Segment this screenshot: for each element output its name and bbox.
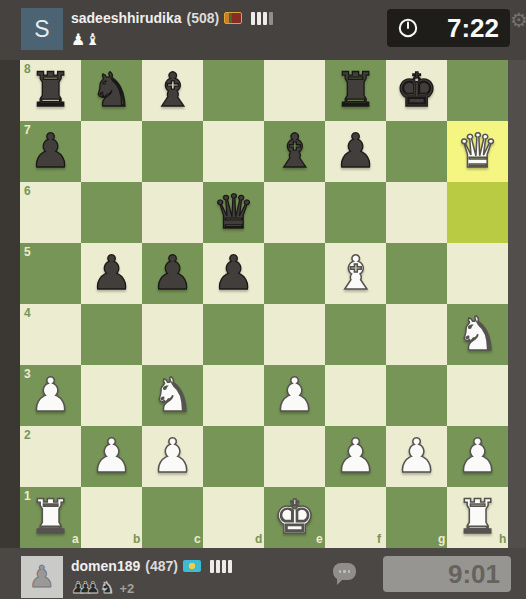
black-pawn-piece[interactable]: ♟: [142, 243, 203, 304]
square-e4[interactable]: [264, 304, 325, 365]
game-screen: S sadeeshhirudika (508) ♟♝ 7:22 ⚙ ♜♞♝♜♚♟…: [0, 0, 526, 599]
square-d1[interactable]: [203, 487, 264, 548]
square-h2[interactable]: ♟: [447, 426, 508, 487]
white-king-piece[interactable]: ♚: [264, 487, 325, 548]
square-f8[interactable]: ♜: [325, 60, 386, 121]
square-g2[interactable]: ♟: [386, 426, 447, 487]
square-b6[interactable]: [81, 182, 142, 243]
square-b7[interactable]: [81, 121, 142, 182]
square-b3[interactable]: [81, 365, 142, 426]
square-h1[interactable]: ♜: [447, 487, 508, 548]
black-knight-piece[interactable]: ♞: [81, 60, 142, 121]
square-g7[interactable]: [386, 121, 447, 182]
square-a2[interactable]: [20, 426, 81, 487]
black-pawn-piece[interactable]: ♟: [81, 243, 142, 304]
material-advantage: +2: [119, 581, 134, 596]
captured-white-pawn-icon: ♟: [71, 32, 85, 48]
square-h5[interactable]: [447, 243, 508, 304]
chess-board[interactable]: ♜♞♝♜♚♟♝♟♛♛♟♟♟♝♞♟♞♟♟♟♟♟♟♜♚♜87654321abcdef…: [20, 60, 508, 548]
top-player-info: sadeeshhirudika (508) ♟♝: [71, 9, 273, 49]
clock-icon: [397, 17, 419, 39]
black-rook-piece[interactable]: ♜: [20, 60, 81, 121]
black-pawn-piece[interactable]: ♟: [203, 243, 264, 304]
white-pawn-piece[interactable]: ♟: [20, 365, 81, 426]
top-player-rating: (508): [187, 10, 220, 26]
square-f4[interactable]: [325, 304, 386, 365]
square-c2[interactable]: ♟: [142, 426, 203, 487]
bottom-player-info: domen189 (487) ♟♟♟♞+2: [71, 557, 232, 597]
square-d7[interactable]: [203, 121, 264, 182]
bottom-player-clock: 9:01: [383, 556, 511, 592]
black-bishop-piece[interactable]: ♝: [142, 60, 203, 121]
white-bishop-piece[interactable]: ♝: [325, 243, 386, 304]
pawn-avatar-icon: ♟: [29, 556, 56, 598]
square-e8[interactable]: [264, 60, 325, 121]
square-h4[interactable]: ♞: [447, 304, 508, 365]
square-c6[interactable]: [142, 182, 203, 243]
white-pawn-piece[interactable]: ♟: [142, 426, 203, 487]
top-player-bar: S sadeeshhirudika (508) ♟♝ 7:22 ⚙: [0, 0, 526, 60]
square-g3[interactable]: [386, 365, 447, 426]
square-g6[interactable]: [386, 182, 447, 243]
square-b5[interactable]: ♟: [81, 243, 142, 304]
square-a8[interactable]: ♜: [20, 60, 81, 121]
square-d6[interactable]: ♛: [203, 182, 264, 243]
square-e1[interactable]: ♚: [264, 487, 325, 548]
top-player-captured-tray: ♟♝: [71, 31, 273, 49]
captured-black-pawn-icon: ♟: [86, 580, 100, 596]
square-e6[interactable]: [264, 182, 325, 243]
black-pawn-piece[interactable]: ♟: [20, 121, 81, 182]
square-b8[interactable]: ♞: [81, 60, 142, 121]
square-d8[interactable]: [203, 60, 264, 121]
captured-black-knight-icon: ♞: [100, 580, 114, 596]
square-b4[interactable]: [81, 304, 142, 365]
signal-strength-icon: [210, 560, 232, 573]
square-d2[interactable]: [203, 426, 264, 487]
white-pawn-piece[interactable]: ♟: [386, 426, 447, 487]
sri-lanka-flag-icon: [224, 12, 242, 24]
square-a1[interactable]: ♜: [20, 487, 81, 548]
black-bishop-piece[interactable]: ♝: [264, 121, 325, 182]
square-g1[interactable]: [386, 487, 447, 548]
square-f1[interactable]: [325, 487, 386, 548]
square-a4[interactable]: [20, 304, 81, 365]
black-rook-piece[interactable]: ♜: [325, 60, 386, 121]
top-clock-time: 7:22: [419, 13, 510, 44]
square-e7[interactable]: ♝: [264, 121, 325, 182]
square-h8[interactable]: [447, 60, 508, 121]
square-d4[interactable]: [203, 304, 264, 365]
kazakhstan-flag-icon: [183, 560, 201, 572]
black-queen-piece[interactable]: ♛: [203, 182, 264, 243]
square-a7[interactable]: ♟: [20, 121, 81, 182]
square-d3[interactable]: [203, 365, 264, 426]
square-g8[interactable]: ♚: [386, 60, 447, 121]
square-e2[interactable]: [264, 426, 325, 487]
square-h3[interactable]: [447, 365, 508, 426]
bottom-player-avatar[interactable]: ♟: [21, 556, 63, 598]
settings-gear-icon[interactable]: ⚙: [510, 8, 526, 32]
white-pawn-piece[interactable]: ♟: [81, 426, 142, 487]
square-b1[interactable]: [81, 487, 142, 548]
square-f3[interactable]: [325, 365, 386, 426]
side-panel-strip: [508, 60, 526, 548]
square-a5[interactable]: [20, 243, 81, 304]
square-a6[interactable]: [20, 182, 81, 243]
white-pawn-piece[interactable]: ♟: [447, 426, 508, 487]
white-pawn-piece[interactable]: ♟: [325, 426, 386, 487]
square-b2[interactable]: ♟: [81, 426, 142, 487]
white-knight-piece[interactable]: ♞: [447, 304, 508, 365]
bottom-player-captured-tray: ♟♟♟♞+2: [71, 579, 232, 597]
bottom-player-name[interactable]: domen189: [71, 558, 140, 574]
signal-strength-icon: [251, 12, 273, 25]
square-d5[interactable]: ♟: [203, 243, 264, 304]
square-c4[interactable]: [142, 304, 203, 365]
white-rook-piece[interactable]: ♜: [447, 487, 508, 548]
square-c1[interactable]: [142, 487, 203, 548]
black-pawn-piece[interactable]: ♟: [325, 121, 386, 182]
square-c3[interactable]: ♞: [142, 365, 203, 426]
square-e3[interactable]: ♟: [264, 365, 325, 426]
square-g4[interactable]: [386, 304, 447, 365]
square-f5[interactable]: ♝: [325, 243, 386, 304]
avatar-letter: S: [34, 16, 49, 43]
square-h6[interactable]: [447, 182, 508, 243]
bottom-player-bar: ♟ domen189 (487) ♟♟♟♞+2 9:01: [0, 548, 526, 599]
white-pawn-piece[interactable]: ♟: [264, 365, 325, 426]
square-h7[interactable]: ♛: [447, 121, 508, 182]
square-e5[interactable]: [264, 243, 325, 304]
square-c8[interactable]: ♝: [142, 60, 203, 121]
square-f6[interactable]: [325, 182, 386, 243]
square-a3[interactable]: ♟: [20, 365, 81, 426]
square-c7[interactable]: [142, 121, 203, 182]
top-player-clock: 7:22: [387, 9, 510, 47]
square-f2[interactable]: ♟: [325, 426, 386, 487]
white-rook-piece[interactable]: ♜: [20, 487, 81, 548]
white-knight-piece[interactable]: ♞: [142, 365, 203, 426]
square-f7[interactable]: ♟: [325, 121, 386, 182]
white-queen-piece[interactable]: ♛: [447, 121, 508, 182]
square-g5[interactable]: [386, 243, 447, 304]
bottom-player-rating: (487): [145, 558, 178, 574]
black-king-piece[interactable]: ♚: [386, 60, 447, 121]
chat-bubble-icon[interactable]: [333, 563, 356, 580]
captured-white-bishop-icon: ♝: [85, 32, 99, 48]
top-player-name[interactable]: sadeeshhirudika: [71, 10, 182, 26]
bottom-clock-time: 9:01: [383, 559, 511, 590]
top-player-avatar[interactable]: S: [21, 8, 63, 50]
square-c5[interactable]: ♟: [142, 243, 203, 304]
